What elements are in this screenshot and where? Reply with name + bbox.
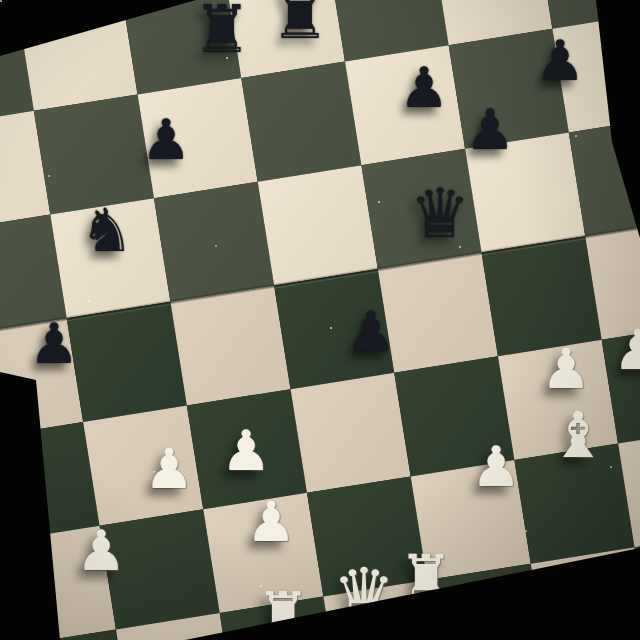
board-photo: ♜♜♟♟♟♞♛♟♟♟♟♟♟♟♟♟♟♝♜♛♜ <box>0 0 640 640</box>
piece-white-pawn-b3: ♟ <box>76 523 126 579</box>
piece-white-pawn-d3: ♟ <box>246 494 296 550</box>
piece-white-pawn-d4: ♟ <box>221 423 271 479</box>
piece-white-queen-e2: ♛ <box>333 559 396 629</box>
piece-black-pawn-b5: ♟ <box>29 316 79 372</box>
piece-black-queen-f6: ♛ <box>410 180 471 248</box>
piece-black-knight-c6: ♞ <box>80 200 134 260</box>
piece-black-pawn-h7: ♟ <box>535 33 585 89</box>
piece-black-pawn-g6: ♟ <box>465 102 515 158</box>
piece-white-pawn-h4: ♟ <box>613 322 640 378</box>
piece-black-pawn-e5: ♟ <box>346 304 396 360</box>
piece-black-rook-d8: ♜ <box>192 0 251 63</box>
piece-white-pawn-g4: ♟ <box>541 341 591 397</box>
piece-white-pawn-g3: ♟ <box>471 439 521 495</box>
piece-black-pawn-c7: ♟ <box>141 112 191 168</box>
piece-black-pawn-f7: ♟ <box>399 60 449 116</box>
piece-white-pawn-c4: ♟ <box>144 441 194 497</box>
piece-white-bishop-h3: ♝ <box>549 403 606 467</box>
piece-white-rook-f2: ♜ <box>398 547 454 609</box>
piece-white-rook-d2: ♜ <box>255 584 311 640</box>
piece-black-rook-e8: ♜ <box>270 0 329 49</box>
pieces-layer: ♜♜♟♟♟♞♛♟♟♟♟♟♟♟♟♟♟♝♜♛♜ <box>0 0 640 640</box>
